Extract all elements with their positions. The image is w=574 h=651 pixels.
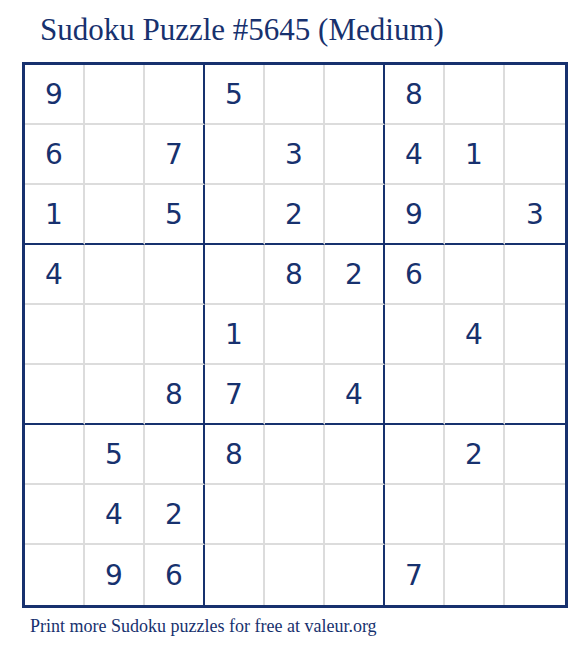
sudoku-cell (85, 185, 145, 245)
sudoku-cell (145, 305, 205, 365)
sudoku-cell: 3 (505, 185, 565, 245)
sudoku-cell: 8 (385, 65, 445, 125)
sudoku-cell: 6 (385, 245, 445, 305)
sudoku-cell (205, 485, 265, 545)
sudoku-cell: 4 (445, 305, 505, 365)
sudoku-cell: 5 (85, 425, 145, 485)
sudoku-cell: 1 (445, 125, 505, 185)
sudoku-cell: 6 (25, 125, 85, 185)
sudoku-cell: 1 (205, 305, 265, 365)
sudoku-cell (505, 65, 565, 125)
sudoku-cell (25, 545, 85, 605)
sudoku-cell: 2 (325, 245, 385, 305)
sudoku-cell: 6 (145, 545, 205, 605)
sudoku-cell (505, 305, 565, 365)
sudoku-cell (325, 185, 385, 245)
sudoku-cell (205, 125, 265, 185)
sudoku-cell (325, 65, 385, 125)
sudoku-cell (25, 485, 85, 545)
sudoku-cell (205, 245, 265, 305)
sudoku-cell: 9 (85, 545, 145, 605)
sudoku-cell (265, 545, 325, 605)
sudoku-cell (385, 305, 445, 365)
sudoku-cell (445, 185, 505, 245)
sudoku-cell (145, 65, 205, 125)
sudoku-cell: 8 (205, 425, 265, 485)
sudoku-cell (205, 185, 265, 245)
sudoku-cell: 4 (325, 365, 385, 425)
sudoku-cell (445, 365, 505, 425)
sudoku-cell (505, 125, 565, 185)
sudoku-cell (505, 545, 565, 605)
sudoku-cell (205, 545, 265, 605)
sudoku-cell: 1 (25, 185, 85, 245)
sudoku-cell (85, 65, 145, 125)
sudoku-cell (385, 425, 445, 485)
sudoku-cell (265, 365, 325, 425)
sudoku-cell: 4 (85, 485, 145, 545)
sudoku-cell: 7 (145, 125, 205, 185)
sudoku-cell: 5 (205, 65, 265, 125)
sudoku-cell (85, 305, 145, 365)
sudoku-cell (145, 245, 205, 305)
sudoku-cell: 2 (145, 485, 205, 545)
sudoku-cell (325, 305, 385, 365)
sudoku-cell (505, 365, 565, 425)
sudoku-cell (445, 545, 505, 605)
sudoku-cell: 7 (385, 545, 445, 605)
sudoku-cell (445, 245, 505, 305)
sudoku-cell (265, 65, 325, 125)
sudoku-page: Sudoku Puzzle #5645 (Medium) 95867341152… (0, 0, 574, 651)
sudoku-cell (325, 545, 385, 605)
sudoku-cell: 2 (265, 185, 325, 245)
sudoku-cell (25, 365, 85, 425)
sudoku-cell (445, 485, 505, 545)
sudoku-cell (25, 305, 85, 365)
sudoku-cell (85, 125, 145, 185)
sudoku-cell: 4 (385, 125, 445, 185)
sudoku-cell (505, 425, 565, 485)
sudoku-cell (85, 365, 145, 425)
sudoku-cell (265, 425, 325, 485)
sudoku-cell: 9 (25, 65, 85, 125)
sudoku-cell (325, 425, 385, 485)
sudoku-cell (265, 485, 325, 545)
sudoku-cell (325, 125, 385, 185)
sudoku-cell: 5 (145, 185, 205, 245)
sudoku-cell: 8 (265, 245, 325, 305)
sudoku-cell (445, 65, 505, 125)
sudoku-cell: 7 (205, 365, 265, 425)
sudoku-cell (25, 425, 85, 485)
sudoku-cell: 2 (445, 425, 505, 485)
sudoku-board: 958673411529348261487458242967 (22, 62, 568, 608)
sudoku-cell: 4 (25, 245, 85, 305)
page-title: Sudoku Puzzle #5645 (Medium) (40, 12, 444, 48)
sudoku-cell: 8 (145, 365, 205, 425)
sudoku-cell (325, 485, 385, 545)
sudoku-cell: 9 (385, 185, 445, 245)
sudoku-cell (385, 485, 445, 545)
sudoku-cell (145, 425, 205, 485)
sudoku-cell (505, 485, 565, 545)
sudoku-cell: 3 (265, 125, 325, 185)
sudoku-cell (85, 245, 145, 305)
footer-text: Print more Sudoku puzzles for free at va… (30, 616, 377, 637)
sudoku-cell (385, 365, 445, 425)
sudoku-cell (265, 305, 325, 365)
sudoku-cell (505, 245, 565, 305)
